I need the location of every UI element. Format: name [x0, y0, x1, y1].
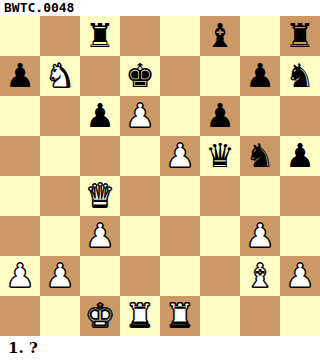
square-b1[interactable]: [40, 296, 80, 336]
square-b8[interactable]: [40, 16, 80, 56]
white-king-c1[interactable]: ♚: [85, 296, 115, 336]
square-d8[interactable]: [120, 16, 160, 56]
square-b7[interactable]: ♞: [40, 56, 80, 96]
square-f6[interactable]: ♟: [200, 96, 240, 136]
square-a6[interactable]: [0, 96, 40, 136]
square-a1[interactable]: [0, 296, 40, 336]
square-h4[interactable]: [280, 176, 320, 216]
square-a8[interactable]: [0, 16, 40, 56]
square-c2[interactable]: [80, 256, 120, 296]
square-f5[interactable]: ♛: [200, 136, 240, 176]
move-prompt-label: 1. ?: [0, 336, 320, 360]
square-f3[interactable]: [200, 216, 240, 256]
black-knight-h7[interactable]: ♞: [285, 56, 315, 96]
square-d4[interactable]: [120, 176, 160, 216]
square-c6[interactable]: ♟: [80, 96, 120, 136]
square-h6[interactable]: [280, 96, 320, 136]
black-queen-f5[interactable]: ♛: [205, 136, 235, 176]
white-pawn-g3[interactable]: ♟: [245, 216, 275, 256]
square-g1[interactable]: [240, 296, 280, 336]
square-d3[interactable]: [120, 216, 160, 256]
square-d6[interactable]: ♟: [120, 96, 160, 136]
square-g3[interactable]: ♟: [240, 216, 280, 256]
square-b6[interactable]: [40, 96, 80, 136]
square-d1[interactable]: ♜: [120, 296, 160, 336]
square-h7[interactable]: ♞: [280, 56, 320, 96]
square-g8[interactable]: [240, 16, 280, 56]
white-rook-d1[interactable]: ♜: [125, 296, 155, 336]
square-a7[interactable]: ♟: [0, 56, 40, 96]
square-g5[interactable]: ♞: [240, 136, 280, 176]
white-pawn-d6[interactable]: ♟: [125, 96, 155, 136]
square-g4[interactable]: [240, 176, 280, 216]
puzzle-id-label: BWTC.0048: [0, 0, 320, 16]
black-pawn-a7[interactable]: ♟: [5, 56, 35, 96]
square-b4[interactable]: [40, 176, 80, 216]
square-e5[interactable]: ♟: [160, 136, 200, 176]
square-c4[interactable]: ♛: [80, 176, 120, 216]
square-g7[interactable]: ♟: [240, 56, 280, 96]
square-c1[interactable]: ♚: [80, 296, 120, 336]
white-queen-c4[interactable]: ♛: [85, 176, 115, 216]
chess-board: ♜♝♜♟♞♚♟♞♟♟♟♟♛♞♟♛♟♟♟♟♝♟♚♜♜: [0, 16, 320, 336]
black-pawn-g7[interactable]: ♟: [245, 56, 275, 96]
square-a4[interactable]: [0, 176, 40, 216]
black-pawn-c6[interactable]: ♟: [85, 96, 115, 136]
square-e6[interactable]: [160, 96, 200, 136]
square-h8[interactable]: ♜: [280, 16, 320, 56]
square-c7[interactable]: [80, 56, 120, 96]
white-pawn-b2[interactable]: ♟: [45, 256, 75, 296]
square-h5[interactable]: ♟: [280, 136, 320, 176]
square-a2[interactable]: ♟: [0, 256, 40, 296]
white-pawn-c3[interactable]: ♟: [85, 216, 115, 256]
square-f2[interactable]: [200, 256, 240, 296]
square-d5[interactable]: [120, 136, 160, 176]
black-rook-h8[interactable]: ♜: [285, 16, 315, 56]
square-e1[interactable]: ♜: [160, 296, 200, 336]
square-f1[interactable]: [200, 296, 240, 336]
square-e7[interactable]: [160, 56, 200, 96]
black-pawn-h5[interactable]: ♟: [285, 136, 315, 176]
black-rook-c8[interactable]: ♜: [85, 16, 115, 56]
white-pawn-a2[interactable]: ♟: [5, 256, 35, 296]
square-d7[interactable]: ♚: [120, 56, 160, 96]
black-pawn-f6[interactable]: ♟: [205, 96, 235, 136]
square-f7[interactable]: [200, 56, 240, 96]
white-bishop-g2[interactable]: ♝: [245, 256, 275, 296]
square-c3[interactable]: ♟: [80, 216, 120, 256]
white-pawn-e5[interactable]: ♟: [165, 136, 195, 176]
square-e3[interactable]: [160, 216, 200, 256]
white-knight-b7[interactable]: ♞: [45, 56, 75, 96]
square-e4[interactable]: [160, 176, 200, 216]
square-h2[interactable]: ♟: [280, 256, 320, 296]
square-b5[interactable]: [40, 136, 80, 176]
square-b3[interactable]: [40, 216, 80, 256]
black-bishop-f8[interactable]: ♝: [205, 16, 235, 56]
square-b2[interactable]: ♟: [40, 256, 80, 296]
square-a3[interactable]: [0, 216, 40, 256]
square-g6[interactable]: [240, 96, 280, 136]
black-knight-g5[interactable]: ♞: [245, 136, 275, 176]
square-g2[interactable]: ♝: [240, 256, 280, 296]
square-f8[interactable]: ♝: [200, 16, 240, 56]
white-pawn-h2[interactable]: ♟: [285, 256, 315, 296]
square-h1[interactable]: [280, 296, 320, 336]
square-c8[interactable]: ♜: [80, 16, 120, 56]
white-rook-e1[interactable]: ♜: [165, 296, 195, 336]
square-e8[interactable]: [160, 16, 200, 56]
square-d2[interactable]: [120, 256, 160, 296]
square-c5[interactable]: [80, 136, 120, 176]
black-king-d7[interactable]: ♚: [125, 56, 155, 96]
square-e2[interactable]: [160, 256, 200, 296]
chess-puzzle-window: BWTC.0048 ♜♝♜♟♞♚♟♞♟♟♟♟♛♞♟♛♟♟♟♟♝♟♚♜♜ 1. ?: [0, 0, 320, 360]
square-f4[interactable]: [200, 176, 240, 216]
square-h3[interactable]: [280, 216, 320, 256]
square-a5[interactable]: [0, 136, 40, 176]
